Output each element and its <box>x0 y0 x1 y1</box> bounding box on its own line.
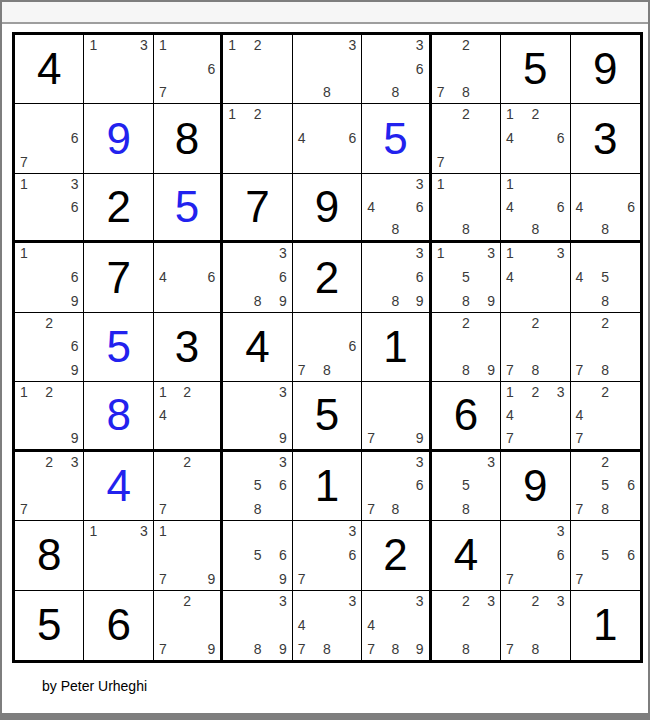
given-digit: 1 <box>315 464 339 508</box>
candidate-digit: 6 <box>615 197 635 217</box>
candidate-digit: 7 <box>506 357 525 377</box>
pencil-marks: 39 <box>223 382 291 448</box>
cell-r6c5[interactable]: 5 <box>293 382 362 451</box>
candidate-digit: 8 <box>386 79 405 99</box>
pencil-marks: 167 <box>154 35 220 103</box>
candidate-digit: 2 <box>456 38 475 58</box>
cell-r2c5[interactable]: 46 <box>293 104 362 173</box>
candidate-digit: 2 <box>526 107 545 127</box>
cell-r2c6[interactable]: 5 <box>362 104 431 173</box>
cell-r3c3[interactable]: 5 <box>154 174 223 243</box>
candidate-digit: 4 <box>576 197 596 217</box>
candidate-digit: 3 <box>545 594 564 615</box>
candidate-digit: 9 <box>267 565 286 585</box>
cell-r1c6[interactable]: 368 <box>362 35 431 104</box>
cell-r4c8[interactable]: 134 <box>501 243 570 312</box>
cell-r7c6[interactable]: 3678 <box>362 452 431 521</box>
pencil-marks: 1246 <box>501 104 569 172</box>
pencil-marks: 367 <box>501 521 569 589</box>
cell-r3c2[interactable]: 2 <box>84 174 153 243</box>
candidate-digit: 8 <box>456 635 475 656</box>
candidate-digit: 9 <box>405 287 424 307</box>
candidate-digit: 3 <box>337 38 356 58</box>
candidate-digit: 3 <box>405 246 424 266</box>
candidate-digit: 5 <box>595 545 615 565</box>
cell-r7c1[interactable]: 237 <box>15 452 84 521</box>
candidate-digit: 5 <box>595 267 615 287</box>
given-digit: 9 <box>593 47 617 91</box>
candidate-digit: 1 <box>20 385 39 405</box>
cell-r7c8[interactable]: 9 <box>501 452 570 521</box>
candidate-digit: 4 <box>576 405 596 425</box>
candidate-digit: 2 <box>248 38 267 58</box>
candidate-digit: 6 <box>59 267 78 287</box>
pencil-marks: 237 <box>15 452 83 520</box>
pencil-marks: 25678 <box>571 452 640 520</box>
given-digit: 2 <box>383 533 407 577</box>
candidate-digit: 3 <box>405 594 424 615</box>
candidate-digit: 8 <box>317 79 336 99</box>
pencil-marks: 12 <box>223 104 291 172</box>
candidate-digit: 1 <box>20 246 39 266</box>
cell-r1c8[interactable]: 5 <box>501 35 570 104</box>
cell-r4c2[interactable]: 7 <box>84 243 153 312</box>
user-digit: 5 <box>383 117 407 161</box>
cell-r6c2[interactable]: 8 <box>84 382 153 451</box>
candidate-digit: 2 <box>526 316 545 336</box>
pencil-marks: 278 <box>432 35 500 103</box>
pencil-marks: 12 <box>223 35 291 103</box>
candidate-digit: 3 <box>337 524 356 544</box>
candidate-digit: 7 <box>159 496 178 516</box>
candidate-digit: 8 <box>317 635 336 656</box>
candidate-digit: 3 <box>128 524 147 544</box>
candidate-digit: 3 <box>405 177 424 197</box>
cell-r3c5[interactable]: 9 <box>293 174 362 243</box>
given-digit: 7 <box>245 185 269 229</box>
candidate-digit: 3 <box>267 594 286 615</box>
pencil-marks: 569 <box>223 521 291 589</box>
candidate-digit: 1 <box>506 177 525 197</box>
author-caption: by Peter Urheghi <box>42 678 147 694</box>
pencil-marks: 3468 <box>362 174 428 240</box>
cell-r2c1[interactable]: 67 <box>15 104 84 173</box>
candidate-digit: 3 <box>267 455 286 475</box>
cell-r3c8[interactable]: 1468 <box>501 174 570 243</box>
candidate-digit: 3 <box>476 594 495 615</box>
candidate-digit: 2 <box>248 107 267 127</box>
cell-r5c7[interactable]: 289 <box>432 313 501 382</box>
pencil-marks: 134 <box>501 243 569 311</box>
cell-r5c2[interactable]: 5 <box>84 313 153 382</box>
candidate-digit: 1 <box>89 524 108 544</box>
candidate-digit: 3 <box>545 246 564 266</box>
candidate-digit: 1 <box>159 524 178 544</box>
candidate-digit: 8 <box>526 357 545 377</box>
pencil-marks: 129 <box>15 382 83 448</box>
cell-r9c1[interactable]: 5 <box>15 591 84 660</box>
candidate-digit: 7 <box>159 565 178 585</box>
cell-r4c6[interactable]: 3689 <box>362 243 431 312</box>
cell-r8c6[interactable]: 2 <box>362 521 431 590</box>
cell-r4c5[interactable]: 2 <box>293 243 362 312</box>
given-digit: 9 <box>523 464 547 508</box>
given-digit: 1 <box>593 603 617 647</box>
candidate-digit: 3 <box>128 38 147 58</box>
candidate-digit: 9 <box>267 287 286 307</box>
candidate-digit: 1 <box>159 385 178 405</box>
candidate-digit: 6 <box>337 128 356 148</box>
candidate-digit: 8 <box>317 357 336 377</box>
candidate-digit: 3 <box>267 385 286 405</box>
candidate-digit: 5 <box>248 545 267 565</box>
candidate-digit: 4 <box>506 197 525 217</box>
pencil-marks: 238 <box>432 591 500 660</box>
cell-r9c8[interactable]: 2378 <box>501 591 570 660</box>
pencil-marks: 468 <box>571 174 640 240</box>
candidate-digit: 9 <box>405 425 424 445</box>
cell-r5c4[interactable]: 4 <box>223 313 292 382</box>
given-digit: 5 <box>315 393 339 437</box>
candidate-digit: 7 <box>576 425 596 445</box>
candidate-digit: 2 <box>178 385 197 405</box>
user-digit: 9 <box>106 117 130 161</box>
cell-r5c6[interactable]: 1 <box>362 313 431 382</box>
candidate-digit: 8 <box>526 217 545 237</box>
cell-r8c7[interactable]: 4 <box>432 521 501 590</box>
cell-r4c1[interactable]: 169 <box>15 243 84 312</box>
candidate-digit: 9 <box>267 425 286 445</box>
candidate-digit: 6 <box>545 545 564 565</box>
candidate-digit: 4 <box>159 405 178 425</box>
cell-r7c5[interactable]: 1 <box>293 452 362 521</box>
candidate-digit: 3 <box>405 455 424 475</box>
pencil-marks: 1468 <box>501 174 569 240</box>
given-digit: 1 <box>383 325 407 369</box>
cell-r6c7[interactable]: 6 <box>432 382 501 451</box>
pencil-marks: 13 <box>84 35 152 103</box>
pencil-marks: 3689 <box>223 243 291 311</box>
candidate-digit: 3 <box>545 385 564 405</box>
cell-r3c9[interactable]: 468 <box>571 174 640 243</box>
candidate-digit: 1 <box>437 246 456 266</box>
candidate-digit: 7 <box>437 148 456 168</box>
cell-r4c7[interactable]: 13589 <box>432 243 501 312</box>
cell-r5c5[interactable]: 678 <box>293 313 362 382</box>
cell-r4c4[interactable]: 3689 <box>223 243 292 312</box>
candidate-digit: 6 <box>405 58 424 78</box>
candidate-digit: 4 <box>576 267 596 287</box>
candidate-digit: 7 <box>20 496 39 516</box>
candidate-digit: 6 <box>405 475 424 495</box>
candidate-digit: 7 <box>159 635 178 656</box>
cell-r6c1[interactable]: 129 <box>15 382 84 451</box>
window-top-bar <box>2 2 648 24</box>
cell-r6c8[interactable]: 12347 <box>501 382 570 451</box>
cell-r2c4[interactable]: 12 <box>223 104 292 173</box>
cell-r1c1[interactable]: 4 <box>15 35 84 104</box>
cell-r9c2[interactable]: 6 <box>84 591 153 660</box>
given-digit: 6 <box>454 393 478 437</box>
candidate-digit: 5 <box>595 475 615 495</box>
cell-r7c3[interactable]: 27 <box>154 452 223 521</box>
pencil-marks: 367 <box>293 521 361 589</box>
cell-r1c5[interactable]: 38 <box>293 35 362 104</box>
candidate-digit: 1 <box>506 246 525 266</box>
given-digit: 8 <box>175 117 199 161</box>
candidate-digit: 6 <box>267 267 286 287</box>
candidate-digit: 5 <box>248 475 267 495</box>
candidate-digit: 2 <box>456 594 475 615</box>
pencil-marks: 567 <box>571 521 640 589</box>
candidate-digit: 9 <box>476 357 495 377</box>
cell-r4c3[interactable]: 46 <box>154 243 223 312</box>
candidate-digit: 8 <box>386 217 405 237</box>
pencil-marks: 3478 <box>293 591 361 660</box>
candidate-digit: 1 <box>20 177 39 197</box>
given-digit: 4 <box>245 325 269 369</box>
candidate-digit: 1 <box>506 385 525 405</box>
pencil-marks: 13 <box>84 521 152 589</box>
candidate-digit: 2 <box>39 455 58 475</box>
cell-r9c9[interactable]: 1 <box>571 591 640 660</box>
cell-r7c7[interactable]: 358 <box>432 452 501 521</box>
candidate-digit: 7 <box>298 357 317 377</box>
sudoku-board: 4131671238368278596798124652712463136257… <box>12 32 643 663</box>
candidate-digit: 3 <box>267 246 286 266</box>
pencil-marks: 27 <box>432 104 500 172</box>
cell-r8c9[interactable]: 567 <box>571 521 640 590</box>
candidate-digit: 6 <box>545 128 564 148</box>
candidate-digit: 1 <box>437 177 456 197</box>
cell-r6c6[interactable]: 79 <box>362 382 431 451</box>
candidate-digit: 2 <box>526 594 545 615</box>
candidate-digit: 3 <box>545 524 564 544</box>
candidate-digit: 7 <box>367 496 386 516</box>
candidate-digit: 2 <box>456 107 475 127</box>
candidate-digit: 9 <box>59 287 78 307</box>
candidate-digit: 9 <box>197 565 216 585</box>
cell-r1c3[interactable]: 167 <box>154 35 223 104</box>
given-digit: 4 <box>454 533 478 577</box>
given-digit: 5 <box>523 47 547 91</box>
candidate-digit: 8 <box>456 217 475 237</box>
candidate-digit: 7 <box>20 148 39 168</box>
pencil-marks: 13589 <box>432 243 500 311</box>
cell-r3c7[interactable]: 18 <box>432 174 501 243</box>
pencil-marks: 278 <box>501 313 569 381</box>
candidate-digit: 7 <box>159 79 178 99</box>
candidate-digit: 6 <box>59 128 78 148</box>
candidate-digit: 8 <box>456 496 475 516</box>
given-digit: 6 <box>106 603 130 647</box>
candidate-digit: 1 <box>228 107 247 127</box>
candidate-digit: 6 <box>405 267 424 287</box>
cell-r2c2[interactable]: 9 <box>84 104 153 173</box>
cell-r2c3[interactable]: 8 <box>154 104 223 173</box>
candidate-digit: 6 <box>337 336 356 356</box>
cell-r6c4[interactable]: 39 <box>223 382 292 451</box>
candidate-digit: 7 <box>576 496 596 516</box>
given-digit: 3 <box>593 117 617 161</box>
candidate-digit: 6 <box>267 545 286 565</box>
cell-r8c4[interactable]: 569 <box>223 521 292 590</box>
cell-r6c9[interactable]: 247 <box>571 382 640 451</box>
pencil-marks: 46 <box>154 243 220 311</box>
candidate-digit: 9 <box>59 357 78 377</box>
candidate-digit: 3 <box>59 455 78 475</box>
candidate-digit: 4 <box>506 267 525 287</box>
cell-r4c9[interactable]: 458 <box>571 243 640 312</box>
cell-r1c2[interactable]: 13 <box>84 35 153 104</box>
candidate-digit: 8 <box>595 357 615 377</box>
candidate-digit: 9 <box>476 287 495 307</box>
pencil-marks: 136 <box>15 174 83 240</box>
pencil-marks: 124 <box>154 382 220 448</box>
cell-r5c1[interactable]: 269 <box>15 313 84 382</box>
cell-r5c3[interactable]: 3 <box>154 313 223 382</box>
candidate-digit: 3 <box>405 38 424 58</box>
pencil-marks: 269 <box>15 313 83 381</box>
cell-r8c8[interactable]: 367 <box>501 521 570 590</box>
pencil-marks: 169 <box>15 243 83 311</box>
candidate-digit: 6 <box>615 475 635 495</box>
cell-r9c4[interactable]: 389 <box>223 591 292 660</box>
pencil-marks: 358 <box>432 452 500 520</box>
pencil-marks: 368 <box>362 35 428 103</box>
pencil-marks: 289 <box>432 313 500 381</box>
candidate-digit: 4 <box>298 614 317 635</box>
cell-r5c8[interactable]: 278 <box>501 313 570 382</box>
pencil-marks: 179 <box>154 521 220 589</box>
candidate-digit: 8 <box>386 287 405 307</box>
pencil-marks: 3568 <box>223 452 291 520</box>
pencil-marks: 38 <box>293 35 361 103</box>
candidate-digit: 7 <box>298 635 317 656</box>
candidate-digit: 8 <box>456 79 475 99</box>
candidate-digit: 4 <box>367 197 386 217</box>
cell-r3c4[interactable]: 7 <box>223 174 292 243</box>
candidate-digit: 1 <box>228 38 247 58</box>
candidate-digit: 7 <box>367 635 386 656</box>
candidate-digit: 6 <box>405 197 424 217</box>
cell-r1c4[interactable]: 12 <box>223 35 292 104</box>
candidate-digit: 5 <box>456 475 475 495</box>
candidate-digit: 1 <box>89 38 108 58</box>
user-digit: 5 <box>106 325 130 369</box>
candidate-digit: 6 <box>59 197 78 217</box>
candidate-digit: 4 <box>506 128 525 148</box>
candidate-digit: 9 <box>267 635 286 656</box>
candidate-digit: 6 <box>267 475 286 495</box>
cell-r7c2[interactable]: 4 <box>84 452 153 521</box>
candidate-digit: 2 <box>595 455 615 475</box>
cell-r3c6[interactable]: 3468 <box>362 174 431 243</box>
candidate-digit: 8 <box>595 217 615 237</box>
pencil-marks: 67 <box>15 104 83 172</box>
candidate-digit: 4 <box>159 267 178 287</box>
cell-r2c9[interactable]: 3 <box>571 104 640 173</box>
cell-r1c9[interactable]: 9 <box>571 35 640 104</box>
pencil-marks: 247 <box>571 382 640 448</box>
pencil-marks: 12347 <box>501 382 569 448</box>
cell-r3c1[interactable]: 136 <box>15 174 84 243</box>
pencil-marks: 389 <box>223 591 291 660</box>
given-digit: 8 <box>37 533 61 577</box>
candidate-digit: 8 <box>386 496 405 516</box>
cell-r2c7[interactable]: 27 <box>432 104 501 173</box>
candidate-digit: 3 <box>337 594 356 615</box>
cell-r5c9[interactable]: 278 <box>571 313 640 382</box>
cell-r9c7[interactable]: 238 <box>432 591 501 660</box>
candidate-digit: 4 <box>506 405 525 425</box>
candidate-digit: 8 <box>456 357 475 377</box>
candidate-digit: 6 <box>337 545 356 565</box>
candidate-digit: 6 <box>197 267 216 287</box>
candidate-digit: 6 <box>545 197 564 217</box>
given-digit: 2 <box>315 256 339 300</box>
candidate-digit: 2 <box>526 385 545 405</box>
pencil-marks: 279 <box>154 591 220 660</box>
given-digit: 7 <box>106 256 130 300</box>
candidate-digit: 2 <box>595 316 615 336</box>
cell-r2c8[interactable]: 1246 <box>501 104 570 173</box>
cell-r8c1[interactable]: 8 <box>15 521 84 590</box>
pencil-marks: 458 <box>571 243 640 311</box>
candidate-digit: 8 <box>248 635 267 656</box>
given-digit: 4 <box>37 47 61 91</box>
pencil-marks: 278 <box>571 313 640 381</box>
candidate-digit: 2 <box>39 385 58 405</box>
candidate-digit: 9 <box>405 635 424 656</box>
candidate-digit: 4 <box>367 614 386 635</box>
candidate-digit: 7 <box>367 425 386 445</box>
cell-r8c2[interactable]: 13 <box>84 521 153 590</box>
cell-r1c7[interactable]: 278 <box>432 35 501 104</box>
given-digit: 5 <box>37 603 61 647</box>
candidate-digit: 7 <box>506 425 525 445</box>
cell-r7c9[interactable]: 25678 <box>571 452 640 521</box>
candidate-digit: 7 <box>506 565 525 585</box>
candidate-digit: 3 <box>476 246 495 266</box>
candidate-digit: 4 <box>298 128 317 148</box>
cell-r8c5[interactable]: 367 <box>293 521 362 590</box>
candidate-digit: 7 <box>506 635 525 656</box>
cell-r6c3[interactable]: 124 <box>154 382 223 451</box>
candidate-digit: 7 <box>576 565 596 585</box>
candidate-digit: 8 <box>456 287 475 307</box>
cell-r9c3[interactable]: 279 <box>154 591 223 660</box>
user-digit: 5 <box>175 185 199 229</box>
cell-r8c3[interactable]: 179 <box>154 521 223 590</box>
cell-r7c4[interactable]: 3568 <box>223 452 292 521</box>
pencil-marks: 79 <box>362 382 428 448</box>
pencil-marks: 3678 <box>362 452 428 520</box>
candidate-digit: 2 <box>595 385 615 405</box>
candidate-digit: 6 <box>615 545 635 565</box>
given-digit: 9 <box>315 185 339 229</box>
candidate-digit: 8 <box>595 496 615 516</box>
cell-r9c6[interactable]: 34789 <box>362 591 431 660</box>
given-digit: 2 <box>106 185 130 229</box>
pencil-marks: 27 <box>154 452 220 520</box>
pencil-marks: 2378 <box>501 591 569 660</box>
cell-r9c5[interactable]: 3478 <box>293 591 362 660</box>
pencil-marks: 678 <box>293 313 361 381</box>
candidate-digit: 6 <box>59 336 78 356</box>
candidate-digit: 8 <box>386 635 405 656</box>
candidate-digit: 9 <box>59 425 78 445</box>
